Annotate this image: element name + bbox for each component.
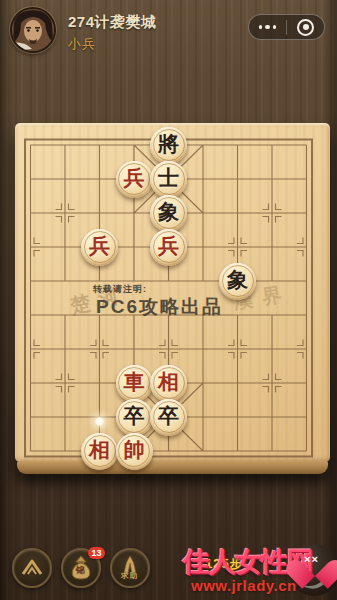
app-screen: 274计袭樊城 小兵 楚河 漢界 將兵士象兵兵象車相卒卒相帥 转载请注明: PC…	[0, 0, 337, 600]
piece-black-將[interactable]: 將	[150, 127, 187, 164]
piece-glyph: 兵	[158, 236, 179, 257]
piece-red-兵[interactable]: 兵	[116, 161, 153, 198]
piece-glyph: 卒	[158, 406, 179, 427]
avatar-portrait	[12, 9, 54, 51]
rank-label: 小兵	[68, 35, 96, 53]
hint-badge: 13	[88, 547, 104, 559]
miniprogram-capsule	[248, 14, 325, 40]
piece-glyph: 相	[158, 372, 179, 393]
piece-red-車[interactable]: 車	[116, 365, 153, 402]
level-title: 274计袭樊城	[68, 13, 157, 32]
piece-glyph: 兵	[124, 168, 145, 189]
heart-eyes: ××	[304, 553, 319, 565]
target-icon	[297, 19, 314, 36]
hint-bag-button[interactable]: 锦 13	[61, 548, 101, 588]
piece-glyph: 相	[89, 440, 110, 461]
piece-black-卒[interactable]: 卒	[150, 399, 187, 436]
piece-glyph: 卒	[124, 406, 145, 427]
expand-button[interactable]	[12, 548, 52, 588]
capsule-close-button[interactable]	[287, 15, 324, 39]
help-label: 求助	[121, 571, 138, 581]
help-button[interactable]: 求助	[110, 548, 150, 588]
piece-red-相[interactable]: 相	[150, 365, 187, 402]
piece-black-士[interactable]: 士	[150, 161, 187, 198]
more-icon[interactable]	[249, 15, 286, 39]
piece-black-卒[interactable]: 卒	[116, 399, 153, 436]
piece-glyph: 象	[227, 270, 248, 291]
piece-red-相[interactable]: 相	[81, 433, 118, 470]
piece-glyph: 將	[158, 134, 179, 155]
piece-red-帥[interactable]: 帥	[116, 433, 153, 470]
piece-glyph: 士	[158, 168, 179, 189]
piece-black-象[interactable]: 象	[219, 263, 256, 300]
piece-red-兵[interactable]: 兵	[81, 229, 118, 266]
piece-glyph: 象	[158, 202, 179, 223]
move-hint-dot	[95, 417, 104, 426]
piece-red-兵[interactable]: 兵	[150, 229, 187, 266]
piece-glyph: 車	[124, 372, 145, 393]
avatar	[10, 7, 56, 53]
piece-black-象[interactable]: 象	[150, 195, 187, 232]
chevron-up-icon	[19, 556, 45, 580]
piece-glyph: 兵	[89, 236, 110, 257]
hint-bag-label: 锦	[76, 564, 85, 577]
site-url-watermark: www.jrlady.cn	[191, 577, 297, 594]
piece-glyph: 帥	[124, 440, 145, 461]
